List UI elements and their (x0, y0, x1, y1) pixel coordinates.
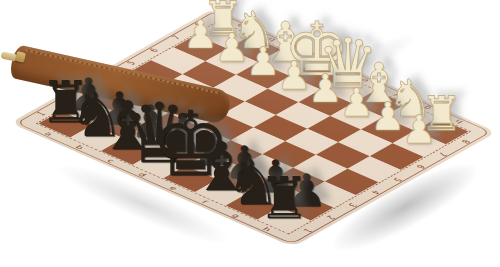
chessboard: aabbccddeeffgghh1122334455667788 (10, 8, 497, 247)
chessboard-grid (39, 22, 469, 233)
product-scene: aabbccddeeffgghh1122334455667788 ♜♞♝♚♛♝♞… (0, 0, 500, 267)
